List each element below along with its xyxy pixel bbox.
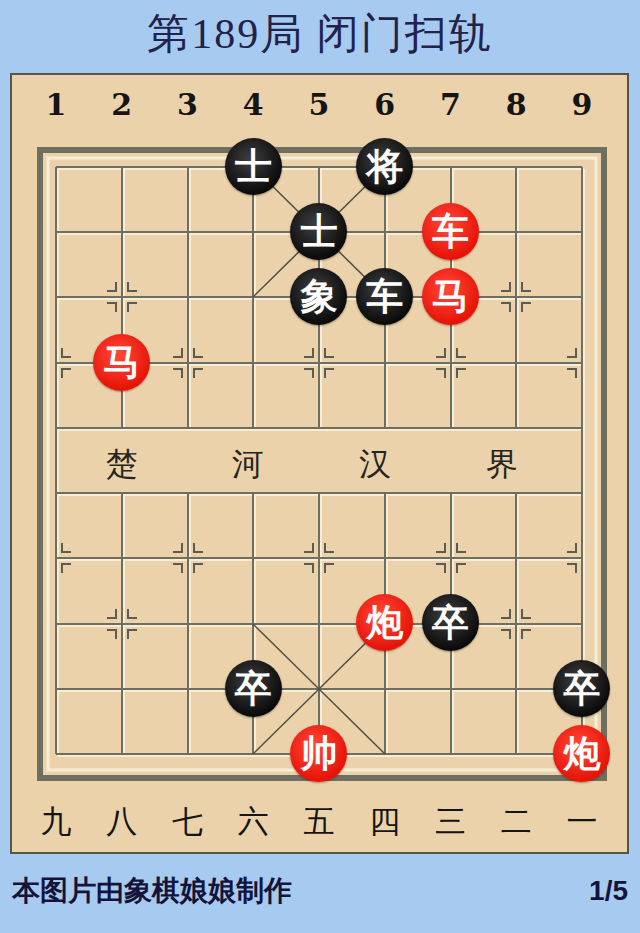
piece-black-general[interactable]: 将 [356,138,413,195]
piece-red-horse[interactable]: 马 [93,334,150,391]
piece-black-soldier[interactable]: 卒 [225,660,282,717]
file-label: 六 [220,801,286,843]
piece-black-soldier[interactable]: 卒 [553,660,610,717]
file-label: 八 [89,801,155,843]
piece-red-chariot[interactable]: 车 [422,203,479,260]
piece-red-cannon[interactable]: 炮 [553,725,610,782]
file-label: 一 [549,801,615,843]
page-title: 第189局 闭门扫轨 [0,6,640,62]
piece-black-elephant[interactable]: 象 [290,268,347,325]
file-labels-bottom: 九八七六五四三二一 [23,791,615,853]
file-label: 七 [155,801,221,843]
piece-black-advisor[interactable]: 士 [290,203,347,260]
credit-text: 本图片由象棋娘娘制作 [12,872,292,910]
file-label: 1 [23,87,89,122]
file-label: 6 [352,87,418,122]
piece-red-marshal[interactable]: 帅 [290,725,347,782]
file-label: 三 [418,801,484,843]
piece-red-horse[interactable]: 马 [422,268,479,325]
board-pieces-layer: 士将士车象车马马炮卒卒卒帅炮 [23,134,615,786]
piece-black-advisor[interactable]: 士 [225,138,282,195]
xiangqi-board-panel: 123456789 楚河汉界 士将士车象车马马炮卒卒卒帅炮 九八七六五四三二一 [10,73,629,854]
file-label: 5 [286,87,352,122]
page-indicator: 1/5 [589,875,628,907]
file-label: 9 [549,87,615,122]
file-labels-top: 123456789 [23,77,615,131]
piece-red-cannon[interactable]: 炮 [356,594,413,651]
file-label: 3 [155,87,221,122]
file-label: 四 [352,801,418,843]
file-label: 二 [483,801,549,843]
caption-bar: 本图片由象棋娘娘制作 1/5 [0,856,640,926]
piece-black-chariot[interactable]: 车 [356,268,413,325]
file-label: 九 [23,801,89,843]
file-label: 2 [89,87,155,122]
piece-black-soldier[interactable]: 卒 [422,594,479,651]
file-label: 7 [418,87,484,122]
file-label: 五 [286,801,352,843]
file-label: 8 [483,87,549,122]
file-label: 4 [220,87,286,122]
